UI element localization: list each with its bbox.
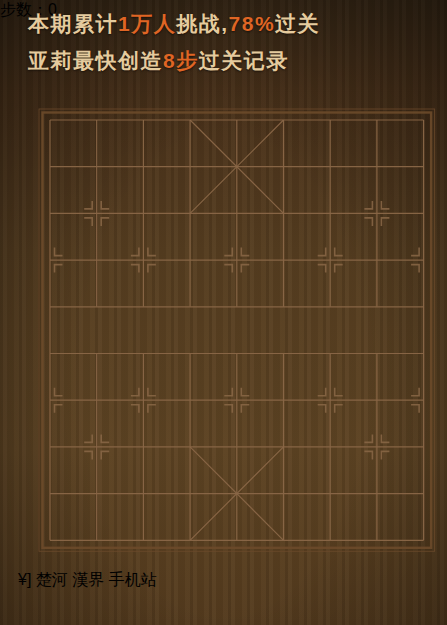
stat-text: 挑战, — [176, 12, 228, 35]
challenge-info: 本期累计1万人挑战,78%过关 亚莉最快创造8步过关记录 — [28, 5, 438, 79]
stat-text: 过关 — [275, 12, 320, 35]
stat-highlight-players: 1万人 — [118, 12, 176, 35]
record-text: 亚莉最快创造 — [28, 49, 163, 72]
stat-text: 本期累计 — [28, 12, 118, 35]
record-line: 亚莉最快创造8步过关记录 — [28, 42, 438, 79]
challenge-stats-line: 本期累计1万人挑战,78%过关 — [28, 5, 438, 42]
record-text: 过关记录 — [199, 49, 289, 72]
xiangqi-board[interactable]: ¥] 楚河 漢界 手机站 将馬兵兵炮車馬馬車車帥 — [18, 84, 442, 566]
stat-highlight-passrate: 78% — [229, 12, 276, 35]
image-artifact-smudge — [18, 606, 27, 625]
river-text-left: 楚河 — [36, 571, 68, 588]
board-corner-mark: ¥] — [18, 571, 31, 588]
watermark-text: 手机站 — [109, 571, 157, 588]
record-highlight-steps: 8步 — [163, 49, 199, 72]
river-text-right: 漢界 — [72, 571, 104, 588]
board-grid — [18, 84, 442, 566]
